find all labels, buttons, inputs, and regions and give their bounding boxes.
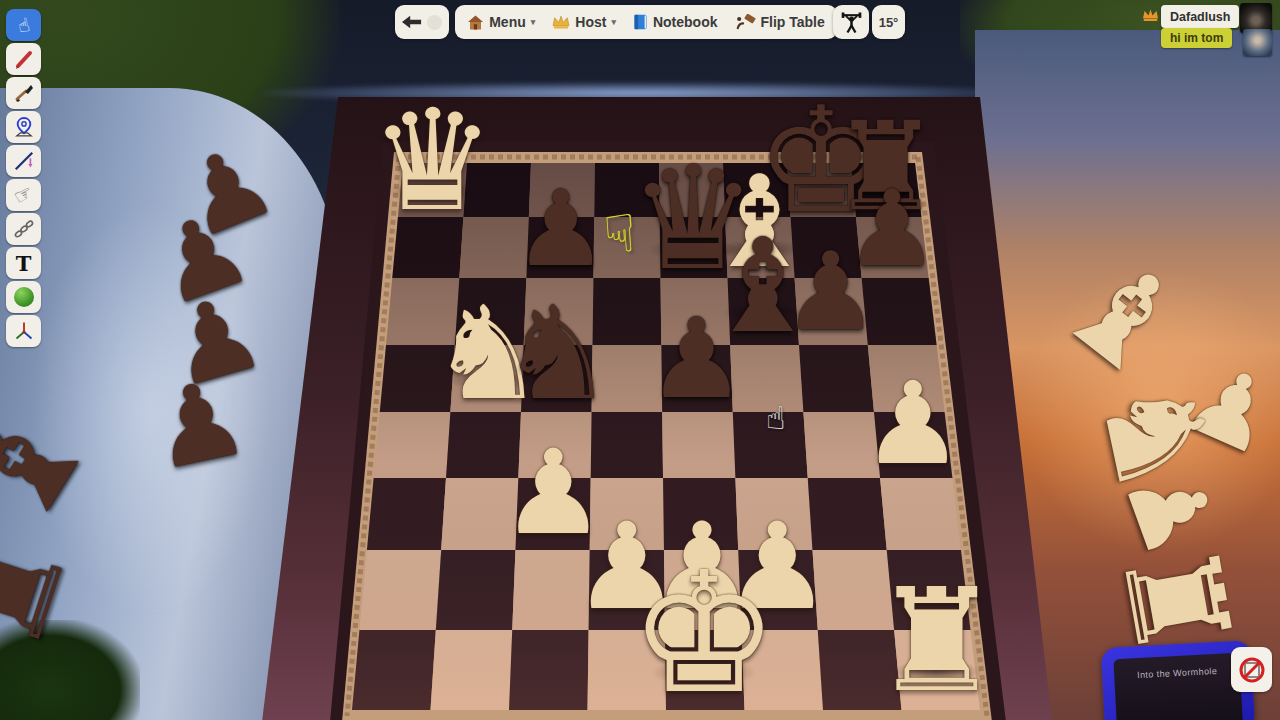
grab-tool-button[interactable]: ☝ [6, 9, 41, 41]
chain-links-icon [13, 218, 35, 240]
host-button[interactable]: Host ▾ [552, 14, 616, 30]
host-label: Host [575, 14, 606, 30]
mouse-cursor-hand: ☝ [766, 402, 785, 434]
menu-label: Menu [489, 14, 526, 30]
joint-tool-button[interactable] [6, 213, 41, 245]
paintbrush-tool-button[interactable] [6, 77, 41, 109]
player-name-badge[interactable]: Dafadlush [1161, 5, 1239, 28]
back-arrow-icon [402, 15, 422, 29]
redo-forward-disabled-icon [427, 15, 442, 30]
sphere-tool-button[interactable] [6, 281, 41, 313]
player-name-text: Dafadlush [1170, 10, 1230, 24]
flick-hand-icon: ☞ [10, 180, 38, 210]
notebook-label: Notebook [653, 14, 718, 30]
pen-icon [13, 48, 35, 70]
no-draw-icon [1238, 656, 1266, 684]
flip-table-button[interactable]: Flip Table [735, 14, 825, 30]
chat-message-bubble: hi im tom [1161, 28, 1232, 48]
tabletop-simulator-screen: ♛♝♞♟♟♟♟♟♚♜♚♜♛♟♟♝♟♟♞♟♟♟♟♝♜♝♞♟♟♜ ☟ ☝ Menu … [0, 0, 1280, 720]
disable-drawing-button[interactable] [1231, 647, 1272, 692]
notebook-button[interactable]: Notebook [633, 14, 718, 30]
flick-tool-button[interactable]: ☞ [6, 179, 41, 211]
line-ruler-icon [13, 150, 35, 172]
chevron-down-icon: ▾ [531, 17, 536, 27]
pin-tool-button[interactable] [6, 111, 41, 143]
strength-physics-button[interactable] [833, 5, 869, 39]
paintbrush-icon [13, 82, 35, 104]
map-pin-icon [15, 117, 33, 137]
chevron-down-icon: ▾ [611, 17, 616, 27]
chat-message-text: hi im tom [1170, 31, 1223, 45]
flip-table-icon [735, 14, 756, 30]
player-avatar-photo[interactable] [1243, 29, 1272, 56]
green-sphere-icon [14, 287, 34, 307]
house-icon [467, 15, 484, 30]
chess-board [0, 0, 1280, 720]
line-tool-button[interactable] [6, 145, 41, 177]
crown-icon [552, 15, 570, 29]
weightlifter-icon [841, 11, 862, 34]
remote-player-pointer-hand: ☟ [602, 207, 637, 261]
flick-angle-button[interactable]: 15° [872, 5, 905, 39]
notebook-icon [633, 14, 648, 30]
text-tool-button[interactable]: T [6, 247, 41, 279]
tablet-screen: Into the Wormhole [1113, 653, 1243, 720]
gizmo-tool-button[interactable] [6, 315, 41, 347]
text-tool-letter: T [16, 251, 32, 276]
pen-tool-button[interactable] [6, 43, 41, 75]
undo-back-button[interactable] [395, 5, 449, 39]
menu-button[interactable]: Menu ▾ [467, 14, 535, 30]
flip-table-label: Flip Table [761, 14, 825, 30]
grab-hand-icon: ☝ [16, 13, 32, 37]
gizmo-axes-icon [13, 320, 35, 342]
angle-label: 15° [879, 15, 899, 30]
host-crown-icon [1142, 8, 1159, 22]
top-menu-bar: Menu ▾ Host ▾ Notebook Fli [455, 5, 837, 39]
tablet-screen-text: Into the Wormhole [1137, 666, 1221, 720]
